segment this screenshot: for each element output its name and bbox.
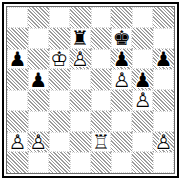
square-c7 bbox=[49, 28, 70, 49]
square-h1 bbox=[153, 152, 174, 173]
black-pawn: ♟ bbox=[134, 70, 152, 90]
white-pawn: ♟♙ bbox=[113, 70, 131, 90]
square-g1 bbox=[132, 152, 153, 173]
square-e4 bbox=[91, 90, 112, 111]
square-a8 bbox=[7, 7, 28, 28]
square-d7: ♜ bbox=[70, 28, 91, 49]
square-b8 bbox=[28, 7, 49, 28]
square-d1 bbox=[70, 152, 91, 173]
black-king: ♚ bbox=[113, 28, 131, 48]
square-f1 bbox=[111, 152, 132, 173]
square-c1 bbox=[49, 152, 70, 173]
square-a1 bbox=[7, 152, 28, 173]
white-pawn: ♟♙ bbox=[134, 90, 152, 110]
square-d5 bbox=[70, 69, 91, 90]
square-b1 bbox=[28, 152, 49, 173]
square-c5 bbox=[49, 69, 70, 90]
square-h8 bbox=[153, 7, 174, 28]
square-e1 bbox=[91, 152, 112, 173]
square-a7 bbox=[7, 28, 28, 49]
square-b6 bbox=[28, 49, 49, 70]
black-pawn: ♟ bbox=[29, 70, 47, 90]
square-b5: ♟ bbox=[28, 69, 49, 90]
square-f7: ♚ bbox=[111, 28, 132, 49]
square-e2: ♜♖ bbox=[91, 132, 112, 153]
square-d6: ♟♙ bbox=[70, 49, 91, 70]
white-pawn: ♟♙ bbox=[29, 132, 47, 152]
square-e6 bbox=[91, 49, 112, 70]
square-a6: ♟ bbox=[7, 49, 28, 70]
square-a5 bbox=[7, 69, 28, 90]
square-d3 bbox=[70, 111, 91, 132]
square-g6 bbox=[132, 49, 153, 70]
square-b2: ♟♙ bbox=[28, 132, 49, 153]
white-rook: ♜♖ bbox=[92, 132, 110, 152]
square-f2 bbox=[111, 132, 132, 153]
square-h5 bbox=[153, 69, 174, 90]
square-e5 bbox=[91, 69, 112, 90]
square-d8 bbox=[70, 7, 91, 28]
square-c6: ♚♔ bbox=[49, 49, 70, 70]
square-c4 bbox=[49, 90, 70, 111]
white-pawn: ♟♙ bbox=[8, 132, 26, 152]
white-pawn: ♟♙ bbox=[71, 49, 89, 69]
square-h6: ♟ bbox=[153, 49, 174, 70]
square-f8 bbox=[111, 7, 132, 28]
square-a4 bbox=[7, 90, 28, 111]
square-f4 bbox=[111, 90, 132, 111]
square-g5: ♟ bbox=[132, 69, 153, 90]
square-e7 bbox=[91, 28, 112, 49]
white-king: ♚♔ bbox=[50, 49, 68, 69]
black-pawn: ♟ bbox=[113, 49, 131, 69]
square-e3 bbox=[91, 111, 112, 132]
square-h2: ♟♙ bbox=[153, 132, 174, 153]
square-h3 bbox=[153, 111, 174, 132]
square-b3 bbox=[28, 111, 49, 132]
white-pawn: ♟♙ bbox=[155, 132, 173, 152]
square-d2 bbox=[70, 132, 91, 153]
square-g7 bbox=[132, 28, 153, 49]
square-c8 bbox=[49, 7, 70, 28]
square-a3 bbox=[7, 111, 28, 132]
square-b7 bbox=[28, 28, 49, 49]
square-f5: ♟♙ bbox=[111, 69, 132, 90]
square-f3 bbox=[111, 111, 132, 132]
square-a2: ♟♙ bbox=[7, 132, 28, 153]
square-c2 bbox=[49, 132, 70, 153]
black-pawn: ♟ bbox=[155, 49, 173, 69]
square-h7 bbox=[153, 28, 174, 49]
square-c3 bbox=[49, 111, 70, 132]
square-g8 bbox=[132, 7, 153, 28]
square-g2 bbox=[132, 132, 153, 153]
chess-board: ♜♚♟♚♔♟♙♟♟♟♟♙♟♟♙♟♙♟♙♜♖♟♙ bbox=[6, 6, 175, 174]
square-g4: ♟♙ bbox=[132, 90, 153, 111]
black-pawn: ♟ bbox=[8, 49, 26, 69]
square-d4 bbox=[70, 90, 91, 111]
diagram-frame: ♜♚♟♚♔♟♙♟♟♟♟♙♟♟♙♟♙♟♙♜♖♟♙ bbox=[2, 2, 179, 178]
square-e8 bbox=[91, 7, 112, 28]
square-g3 bbox=[132, 111, 153, 132]
square-h4 bbox=[153, 90, 174, 111]
chess-diagram: ♜♚♟♚♔♟♙♟♟♟♟♙♟♟♙♟♙♟♙♜♖♟♙ bbox=[0, 0, 181, 180]
square-f6: ♟ bbox=[111, 49, 132, 70]
square-b4 bbox=[28, 90, 49, 111]
black-rook: ♜ bbox=[71, 28, 89, 48]
